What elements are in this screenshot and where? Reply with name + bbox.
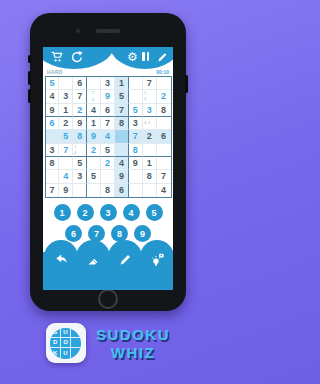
app-icon-letter xyxy=(71,348,81,358)
given-digit: 9 xyxy=(119,171,124,181)
user-digit: 2 xyxy=(77,105,82,115)
cell-r1c8[interactable]: 7 xyxy=(143,77,157,90)
cell-r5c8[interactable]: 2 xyxy=(143,130,157,143)
given-digit: 9 xyxy=(77,118,82,128)
cell-r2c6[interactable]: 5 xyxy=(115,90,129,103)
app-icon-letter-grid: SUDOKU xyxy=(50,328,81,359)
given-digit: 2 xyxy=(147,131,152,141)
cell-r9c9[interactable]: 4 xyxy=(157,184,171,197)
cell-r2c9[interactable]: 2 xyxy=(157,90,171,103)
cell-r2c7[interactable] xyxy=(129,90,143,103)
cell-r1c5[interactable]: 3 xyxy=(101,77,115,90)
pencil-notes: 14 xyxy=(73,144,86,156)
cell-r3c9[interactable]: 8 xyxy=(157,104,171,117)
difficulty-label: HARD xyxy=(47,69,63,75)
given-digit: 5 xyxy=(105,145,110,155)
numpad-row-1: 12345 xyxy=(43,204,173,221)
cell-r5c1[interactable] xyxy=(46,130,60,143)
notes-pencil-icon[interactable] xyxy=(155,50,168,63)
numpad-button-2[interactable]: 2 xyxy=(77,204,94,221)
given-digit: 8 xyxy=(147,171,152,181)
given-digit: 7 xyxy=(119,105,124,115)
cell-r3c8[interactable]: 3 xyxy=(143,104,157,117)
numpad-button-9[interactable]: 9 xyxy=(134,225,151,242)
given-digit: 9 xyxy=(133,158,138,168)
app-icon-letter: U xyxy=(61,328,71,338)
app-icon-letter: K xyxy=(50,348,60,358)
cell-r6c5[interactable]: 5 xyxy=(101,144,115,157)
cell-r2c8[interactable]: 14 xyxy=(143,90,157,103)
cell-r7c1[interactable]: 8 xyxy=(46,157,60,170)
cell-r7c9[interactable] xyxy=(157,157,171,170)
cell-r8c9[interactable]: 7 xyxy=(157,170,171,183)
cell-r7c6[interactable]: 4 xyxy=(115,157,129,170)
power-button xyxy=(185,75,188,93)
cell-r6c6[interactable] xyxy=(115,144,129,157)
given-digit: 3 xyxy=(49,145,54,155)
cell-r6c4[interactable]: 2 xyxy=(87,144,101,157)
cell-r6c8[interactable] xyxy=(143,144,157,157)
cell-r2c5[interactable]: 9 xyxy=(101,90,115,103)
front-camera xyxy=(76,29,80,33)
app-title-line2: WHIZ xyxy=(96,345,170,360)
cell-r9c2[interactable]: 9 xyxy=(59,184,73,197)
undo-icon[interactable] xyxy=(54,253,68,267)
cell-r9c7[interactable] xyxy=(129,184,143,197)
cell-r1c7[interactable] xyxy=(129,77,143,90)
cell-r4c6[interactable]: 8 xyxy=(115,117,129,130)
cell-r7c3[interactable]: 5 xyxy=(73,157,87,170)
home-button[interactable] xyxy=(98,289,118,309)
cell-r9c6[interactable]: 6 xyxy=(115,184,129,197)
user-digit: 6 xyxy=(49,118,54,128)
given-digit: 5 xyxy=(91,171,96,181)
given-digit: 7 xyxy=(77,91,82,101)
given-digit: 3 xyxy=(105,78,110,88)
cell-r1c3[interactable]: 6 xyxy=(73,77,87,90)
app-icon-letter: U xyxy=(61,348,71,358)
given-digit: 3 xyxy=(77,171,82,181)
given-digit: 1 xyxy=(147,158,152,168)
volume-down-button xyxy=(28,89,31,103)
user-digit: 3 xyxy=(147,105,152,115)
user-digit: 4 xyxy=(105,131,110,141)
cell-r5c3[interactable]: 8 xyxy=(73,130,87,143)
status-row: HARD 00:10 xyxy=(43,68,173,76)
cell-r3c6[interactable]: 7 xyxy=(115,104,129,117)
cell-r4c9[interactable] xyxy=(157,117,171,130)
app-icon-letter: S xyxy=(50,328,60,338)
user-digit: 5 xyxy=(63,131,68,141)
cell-r5c2[interactable]: 5 xyxy=(59,130,73,143)
cell-r8c1[interactable] xyxy=(46,170,60,183)
cell-r6c3[interactable]: 14 xyxy=(73,144,87,157)
user-digit: 2 xyxy=(105,158,110,168)
user-digit: 9 xyxy=(91,131,96,141)
cart-icon[interactable] xyxy=(50,50,63,63)
cell-r9c4[interactable] xyxy=(87,184,101,197)
given-digit: 4 xyxy=(161,185,166,195)
cell-r7c7[interactable]: 9 xyxy=(129,157,143,170)
cell-r3c4[interactable]: 4 xyxy=(87,104,101,117)
cell-r1c1[interactable]: 5 xyxy=(46,77,60,90)
app-branding: SUDOKU SUDOKU WHIZ xyxy=(0,323,216,363)
given-digit: 4 xyxy=(49,91,54,101)
app-title: SUDOKU WHIZ xyxy=(96,327,170,360)
volume-up-button xyxy=(28,71,31,85)
cell-r2c1[interactable]: 4 xyxy=(46,90,60,103)
given-digit: 6 xyxy=(161,131,166,141)
cell-r4c7[interactable]: 3 xyxy=(129,117,143,130)
cell-r7c2[interactable] xyxy=(59,157,73,170)
sudoku-board: 5631743728951429124675386291783455894726… xyxy=(45,76,172,198)
cell-r6c1[interactable]: 3 xyxy=(46,144,60,157)
cell-r5c6[interactable] xyxy=(115,130,129,143)
app-screen: ⚙ HARD 00:10 563174372895142912467538629… xyxy=(43,47,173,290)
app-icon-letter xyxy=(71,338,81,348)
cell-r2c3[interactable]: 7 xyxy=(73,90,87,103)
cell-r4c4[interactable]: 1 xyxy=(87,117,101,130)
cell-r1c6[interactable]: 1 xyxy=(115,77,129,90)
eraser-icon[interactable] xyxy=(86,253,100,267)
cell-r9c8[interactable] xyxy=(143,184,157,197)
user-digit: 7 xyxy=(63,145,68,155)
given-digit: 4 xyxy=(119,158,124,168)
given-digit: 7 xyxy=(161,171,166,181)
given-digit: 3 xyxy=(63,91,68,101)
cell-r2c4[interactable]: 28 xyxy=(87,90,101,103)
given-digit: 9 xyxy=(49,105,54,115)
given-digit: 7 xyxy=(147,78,152,88)
cell-r8c6[interactable]: 9 xyxy=(115,170,129,183)
pause-icon[interactable] xyxy=(139,50,152,63)
cell-r4c5[interactable]: 7 xyxy=(101,117,115,130)
given-digit: 4 xyxy=(91,105,96,115)
cell-r5c5[interactable]: 4 xyxy=(101,130,115,143)
cell-r9c5[interactable]: 8 xyxy=(101,184,115,197)
given-digit: 6 xyxy=(105,105,110,115)
pencil-notes: 28 xyxy=(87,90,100,102)
given-digit: 5 xyxy=(119,91,124,101)
given-digit: 1 xyxy=(119,78,124,88)
cell-r7c4[interactable] xyxy=(87,157,101,170)
pencil-notes: 45 xyxy=(143,117,156,129)
cell-r8c7[interactable] xyxy=(129,170,143,183)
phone-frame: ⚙ HARD 00:10 563174372895142912467538629… xyxy=(30,13,186,311)
cell-r3c1[interactable]: 9 xyxy=(46,104,60,117)
timer: 00:10 xyxy=(156,69,169,75)
cell-r2c2[interactable]: 3 xyxy=(59,90,73,103)
given-digit: 3 xyxy=(133,118,138,128)
user-digit: 8 xyxy=(133,145,138,155)
cell-r4c3[interactable]: 9 xyxy=(73,117,87,130)
cell-r5c7[interactable]: 7 xyxy=(129,130,143,143)
cell-r4c2[interactable]: 2 xyxy=(59,117,73,130)
cell-r8c8[interactable]: 8 xyxy=(143,170,157,183)
cell-r8c2[interactable]: 4 xyxy=(59,170,73,183)
earpiece-speaker xyxy=(96,29,121,33)
cell-r8c3[interactable]: 3 xyxy=(73,170,87,183)
app-title-line1: SUDOKU xyxy=(96,327,170,342)
cell-r1c4[interactable] xyxy=(87,77,101,90)
given-digit: 9 xyxy=(63,185,68,195)
numpad-button-3[interactable]: 3 xyxy=(100,204,117,221)
toolbar-footer xyxy=(43,252,173,290)
given-digit: 8 xyxy=(119,118,124,128)
given-digit: 5 xyxy=(77,158,82,168)
user-digit: 2 xyxy=(161,91,166,101)
given-digit: 1 xyxy=(91,118,96,128)
mute-switch xyxy=(28,55,31,63)
user-digit: 9 xyxy=(105,91,110,101)
number-pad: 12345 6789 xyxy=(43,198,173,242)
app-icon-letter: D xyxy=(50,338,60,348)
user-digit: 4 xyxy=(63,171,68,181)
pencil-notes: 14 xyxy=(143,90,156,102)
user-digit: 5 xyxy=(49,78,54,88)
given-digit: 6 xyxy=(119,185,124,195)
cell-r8c5[interactable] xyxy=(101,170,115,183)
cell-r4c8[interactable]: 45 xyxy=(143,117,157,130)
given-digit: 7 xyxy=(105,118,110,128)
cell-r5c9[interactable]: 6 xyxy=(157,130,171,143)
cell-r3c5[interactable]: 6 xyxy=(101,104,115,117)
restart-icon[interactable] xyxy=(70,50,83,63)
numpad-button-4[interactable]: 4 xyxy=(123,204,140,221)
cell-r7c5[interactable]: 2 xyxy=(101,157,115,170)
given-digit: 6 xyxy=(77,78,82,88)
cell-r9c1[interactable]: 7 xyxy=(46,184,60,197)
given-digit: 8 xyxy=(49,158,54,168)
cell-r4c1[interactable]: 6 xyxy=(46,117,60,130)
cell-r3c2[interactable]: 1 xyxy=(59,104,73,117)
cell-r7c8[interactable]: 1 xyxy=(143,157,157,170)
cell-r6c7[interactable]: 8 xyxy=(129,144,143,157)
user-digit: 7 xyxy=(133,131,138,141)
user-digit: 5 xyxy=(133,105,138,115)
app-header: ⚙ xyxy=(43,47,173,68)
given-digit: 8 xyxy=(161,105,166,115)
app-icon-letter: O xyxy=(61,338,71,348)
cell-r1c2[interactable] xyxy=(59,77,73,90)
cell-r6c2[interactable]: 7 xyxy=(59,144,73,157)
app-icon: SUDOKU xyxy=(46,323,86,363)
hint-bulb-icon[interactable] xyxy=(150,253,164,267)
given-digit: 8 xyxy=(105,185,110,195)
settings-gear-icon[interactable]: ⚙ xyxy=(126,50,139,63)
given-digit: 7 xyxy=(49,185,54,195)
cell-r1c9[interactable] xyxy=(157,77,171,90)
given-digit: 2 xyxy=(63,118,68,128)
cell-r8c4[interactable]: 5 xyxy=(87,170,101,183)
cell-r3c3[interactable]: 2 xyxy=(73,104,87,117)
pencil-icon[interactable] xyxy=(118,253,132,267)
numpad-button-6[interactable]: 6 xyxy=(65,225,82,242)
cell-r9c3[interactable] xyxy=(73,184,87,197)
app-icon-letter xyxy=(71,328,81,338)
cell-r3c7[interactable]: 5 xyxy=(129,104,143,117)
user-digit: 8 xyxy=(77,131,82,141)
numpad-button-5[interactable]: 5 xyxy=(146,204,163,221)
cell-r6c9[interactable] xyxy=(157,144,171,157)
numpad-button-1[interactable]: 1 xyxy=(54,204,71,221)
given-digit: 1 xyxy=(63,105,68,115)
user-digit: 2 xyxy=(91,145,96,155)
cell-r5c4[interactable]: 9 xyxy=(87,130,101,143)
